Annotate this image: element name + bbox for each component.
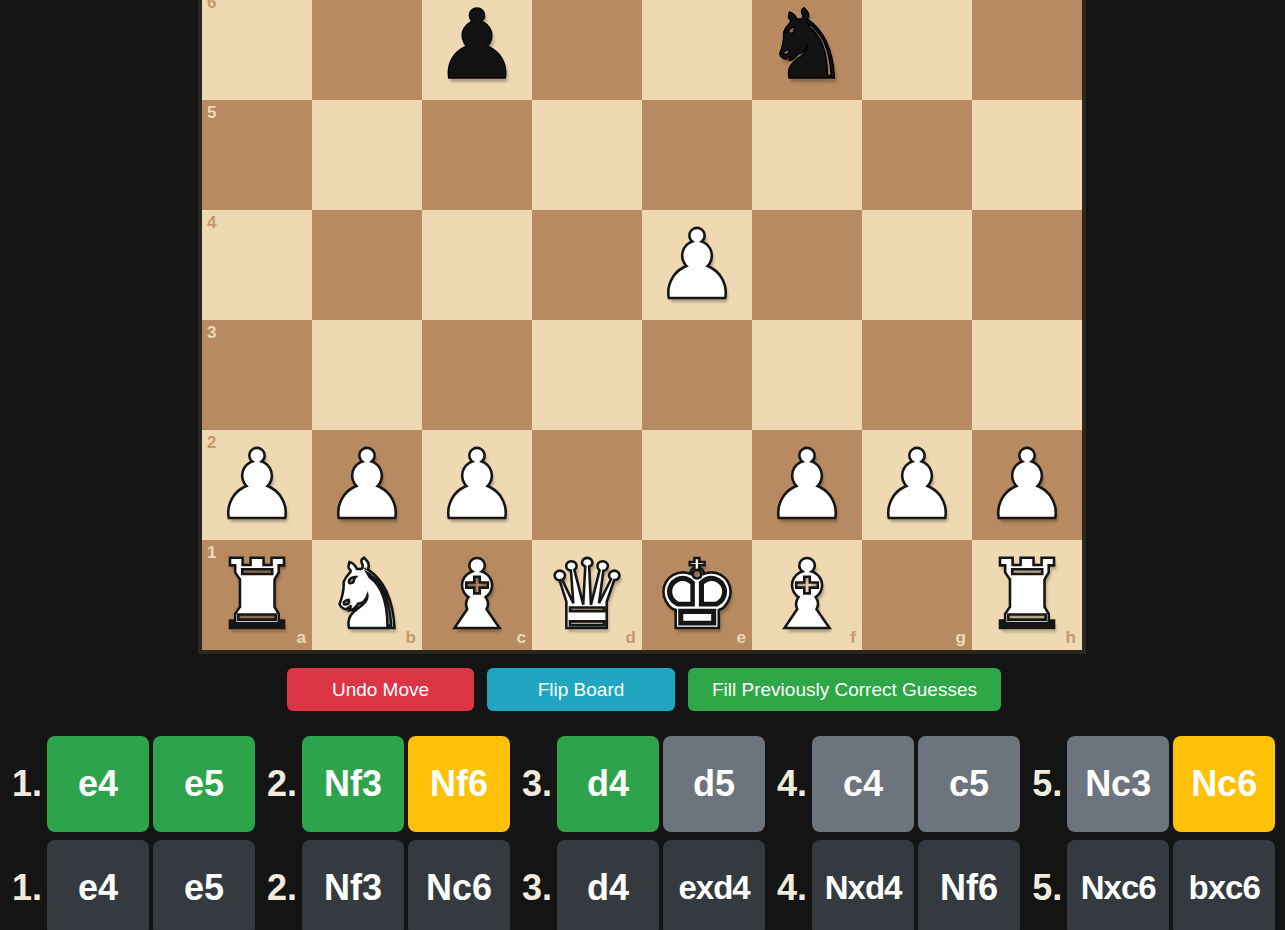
move-number: 3.: [522, 763, 552, 805]
answer-tile: bxc6: [1173, 840, 1275, 930]
board-square[interactable]: [642, 430, 752, 540]
board-square[interactable]: [422, 100, 532, 210]
board-square[interactable]: ♟: [752, 430, 862, 540]
guess-tile: c4: [812, 736, 914, 832]
board-square[interactable]: [642, 0, 752, 100]
board-square[interactable]: 5: [202, 100, 312, 210]
guess-tile: Nf6: [408, 736, 510, 832]
answer-move-row: 1.e4e52.Nf3Nc63.d4exd44.Nxd4Nf65.Nxc6bxc…: [0, 840, 1279, 930]
white-pawn-piece[interactable]: ♟: [642, 210, 752, 320]
board-square[interactable]: [532, 210, 642, 320]
move-number: 3.: [522, 867, 552, 909]
board-square[interactable]: [312, 210, 422, 320]
board-square[interactable]: [972, 100, 1082, 210]
guess-tile: d5: [663, 736, 765, 832]
answer-tile: Nc6: [408, 840, 510, 930]
white-rook-piece[interactable]: ♜: [972, 540, 1082, 650]
board-square[interactable]: 1a♜: [202, 540, 312, 650]
board-square[interactable]: [752, 320, 862, 430]
answer-tile: Nf3: [302, 840, 404, 930]
board-square[interactable]: [862, 100, 972, 210]
rank-label: 5: [207, 104, 216, 121]
board-square[interactable]: [752, 210, 862, 320]
board-square[interactable]: [532, 430, 642, 540]
board-square[interactable]: [642, 100, 752, 210]
board-square[interactable]: ♞: [752, 0, 862, 100]
board-square[interactable]: d♛: [532, 540, 642, 650]
board-square[interactable]: [532, 100, 642, 210]
rank-label: 4: [207, 214, 216, 231]
board-square[interactable]: ♟: [422, 0, 532, 100]
move-number: 2.: [267, 867, 297, 909]
black-knight-piece[interactable]: ♞: [752, 0, 862, 100]
move-number: 4.: [777, 763, 807, 805]
undo-move-button[interactable]: Undo Move: [287, 668, 474, 711]
board-square[interactable]: [532, 0, 642, 100]
board-square[interactable]: [972, 210, 1082, 320]
move-number: 1.: [12, 867, 42, 909]
board-square[interactable]: 2♟: [202, 430, 312, 540]
black-pawn-piece[interactable]: ♟: [422, 0, 532, 100]
board-square[interactable]: [642, 320, 752, 430]
answer-tile: e4: [47, 840, 149, 930]
answer-tile: e5: [153, 840, 255, 930]
board-square[interactable]: 3: [202, 320, 312, 430]
board-grid: 6♟♞54♟32♟♟♟♟♟♟1a♜b♞c♝d♛e♚f♝gh♜: [202, 0, 1082, 650]
move-number: 5.: [1032, 763, 1062, 805]
board-square[interactable]: e♚: [642, 540, 752, 650]
board-square[interactable]: g: [862, 540, 972, 650]
board-square[interactable]: [312, 320, 422, 430]
white-queen-piece[interactable]: ♛: [532, 540, 642, 650]
board-square[interactable]: f♝: [752, 540, 862, 650]
board-square[interactable]: [422, 210, 532, 320]
white-pawn-piece[interactable]: ♟: [752, 430, 862, 540]
white-pawn-piece[interactable]: ♟: [972, 430, 1082, 540]
guess-tile: c5: [918, 736, 1020, 832]
board-square[interactable]: [532, 320, 642, 430]
board-square[interactable]: [752, 100, 862, 210]
rank-label: 3: [207, 324, 216, 341]
board-square[interactable]: b♞: [312, 540, 422, 650]
white-bishop-piece[interactable]: ♝: [752, 540, 862, 650]
board-square[interactable]: [312, 100, 422, 210]
flip-board-button[interactable]: Flip Board: [487, 668, 675, 711]
guess-tile: Nf3: [302, 736, 404, 832]
move-number: 1.: [12, 763, 42, 805]
board-square[interactable]: [972, 320, 1082, 430]
guess-tile: d4: [557, 736, 659, 832]
board-square[interactable]: [862, 210, 972, 320]
white-pawn-piece[interactable]: ♟: [422, 430, 532, 540]
board-square[interactable]: ♟: [862, 430, 972, 540]
guess-move-row: 1.e4e52.Nf3Nf63.d4d54.c4c55.Nc3Nc6: [0, 736, 1279, 832]
toolbar: Undo Move Flip Board Fill Previously Cor…: [287, 668, 1001, 711]
chess-board: 6♟♞54♟32♟♟♟♟♟♟1a♜b♞c♝d♛e♚f♝gh♜: [198, 0, 1086, 654]
answer-tile: Nxd4: [812, 840, 914, 930]
board-square[interactable]: ♟: [972, 430, 1082, 540]
board-square[interactable]: 4: [202, 210, 312, 320]
move-number: 2.: [267, 763, 297, 805]
rank-label: 6: [207, 0, 216, 11]
white-rook-piece[interactable]: ♜: [202, 540, 312, 650]
white-pawn-piece[interactable]: ♟: [202, 430, 312, 540]
guess-tile: Nc3: [1067, 736, 1169, 832]
move-number: 5.: [1032, 867, 1062, 909]
board-square[interactable]: ♟: [422, 430, 532, 540]
white-knight-piece[interactable]: ♞: [312, 540, 422, 650]
board-square[interactable]: h♜: [972, 540, 1082, 650]
white-pawn-piece[interactable]: ♟: [312, 430, 422, 540]
guess-tile: Nc6: [1173, 736, 1275, 832]
white-bishop-piece[interactable]: ♝: [422, 540, 532, 650]
board-square[interactable]: ♟: [312, 430, 422, 540]
move-number: 4.: [777, 867, 807, 909]
guess-tile: e5: [153, 736, 255, 832]
board-square[interactable]: ♟: [642, 210, 752, 320]
board-square[interactable]: c♝: [422, 540, 532, 650]
file-label: g: [956, 629, 966, 646]
answer-tile: exd4: [663, 840, 765, 930]
board-square[interactable]: [862, 0, 972, 100]
board-square[interactable]: [972, 0, 1082, 100]
page: 6♟♞54♟32♟♟♟♟♟♟1a♜b♞c♝d♛e♚f♝gh♜ Undo Move…: [0, 0, 1285, 930]
board-square[interactable]: [312, 0, 422, 100]
guess-tile: e4: [47, 736, 149, 832]
board-square[interactable]: [862, 320, 972, 430]
white-pawn-piece[interactable]: ♟: [862, 430, 972, 540]
answer-tile: Nxc6: [1067, 840, 1169, 930]
board-square[interactable]: [422, 320, 532, 430]
answer-tile: d4: [557, 840, 659, 930]
white-king-piece[interactable]: ♚: [642, 540, 752, 650]
answer-tile: Nf6: [918, 840, 1020, 930]
fill-correct-guesses-button[interactable]: Fill Previously Correct Guesses: [688, 668, 1001, 711]
board-square[interactable]: 6: [202, 0, 312, 100]
